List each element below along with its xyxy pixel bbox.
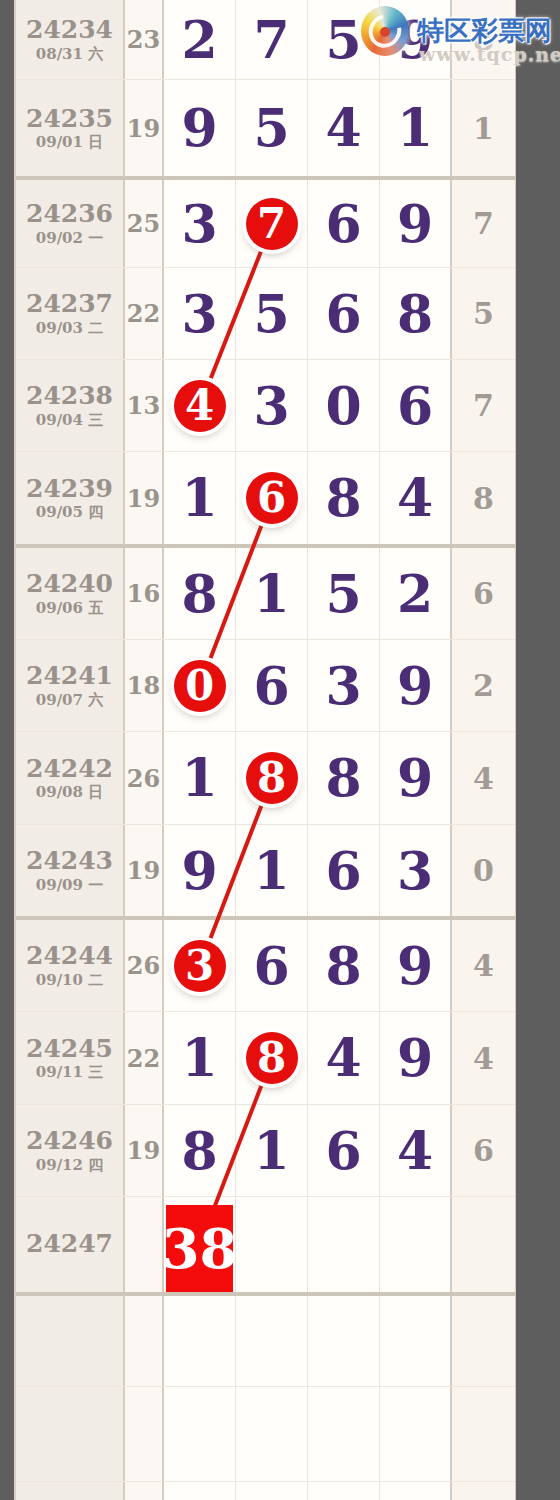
digit-cell — [308, 1296, 380, 1386]
extra-digit-cell: 7 — [452, 180, 515, 267]
draw-number: 24245 — [26, 1036, 113, 1062]
draw-date: 09/05 四 — [36, 505, 103, 520]
table-row: 2424738 — [16, 1197, 515, 1296]
draw-date: 09/06 五 — [36, 601, 103, 616]
draw-cell: 2423709/03 二 — [16, 268, 125, 359]
sum-cell: 19 — [125, 452, 164, 544]
extra-digit-cell — [452, 1296, 515, 1386]
draw-date: 09/08 日 — [36, 785, 103, 800]
draw-number: 24238 — [26, 383, 113, 409]
table-row — [16, 1482, 515, 1500]
digit-cell — [380, 1296, 452, 1386]
digit-cell: 8 — [308, 920, 380, 1011]
sum-cell — [125, 1387, 164, 1481]
draw-cell: 2424009/06 五 — [16, 548, 125, 639]
sum-cell: 19 — [125, 825, 164, 916]
digit-cell: 3 — [380, 825, 452, 916]
draw-date: 09/02 一 — [36, 231, 103, 246]
draw-number: 24241 — [26, 663, 113, 689]
extra-digit-cell: 6 — [452, 548, 515, 639]
draw-number: 24246 — [26, 1128, 113, 1154]
digit-cell: 6 — [236, 920, 308, 1011]
digit-cell: 1 — [236, 825, 308, 916]
draw-date: 09/12 四 — [36, 1158, 103, 1173]
draw-date: 09/03 二 — [36, 321, 103, 336]
extra-digit-cell: 4 — [452, 1012, 515, 1104]
digit-cell: 0 — [308, 360, 380, 451]
digit-cell: 1 — [236, 1105, 308, 1196]
draw-cell — [16, 1482, 125, 1500]
digit-cell: 8 — [308, 732, 380, 824]
digit-cell: 7 — [236, 180, 308, 267]
digit-cell — [236, 1197, 308, 1292]
table-row: 2423709/03 二2235685 — [16, 268, 515, 360]
draw-date: 09/09 一 — [36, 878, 103, 893]
draw-cell: 2423509/01 日 — [16, 80, 125, 176]
digit-cell: 9 — [380, 920, 452, 1011]
digit-cell: 6 — [308, 825, 380, 916]
table-row: 2424209/08 日2618894 — [16, 732, 515, 825]
draw-cell: 2423408/31 六 — [16, 0, 125, 79]
draw-cell — [16, 1387, 125, 1481]
sum-cell — [125, 1482, 164, 1500]
table-row: 2424309/09 一1991630 — [16, 825, 515, 920]
draw-number: 24240 — [26, 571, 113, 597]
table-row — [16, 1387, 515, 1482]
table-row: 2424509/11 三2218494 — [16, 1012, 515, 1105]
digit-cell: 3 — [236, 360, 308, 451]
digit-cell — [308, 1197, 380, 1292]
circled-digit: 4 — [174, 380, 226, 432]
digit-cell: 9 — [380, 640, 452, 731]
watermark-site-url: www.tqcp.net — [419, 43, 560, 65]
digit-cell: 9 — [164, 825, 236, 916]
circled-digit: 8 — [246, 752, 298, 804]
extra-digit-cell: 4 — [452, 732, 515, 824]
draw-date: 09/10 二 — [36, 973, 103, 988]
draw-cell: 2424509/11 三 — [16, 1012, 125, 1104]
extra-digit-cell: 7 — [452, 360, 515, 451]
digit-cell: 6 — [308, 180, 380, 267]
draw-cell: 2424309/09 一 — [16, 825, 125, 916]
draw-cell: 2423609/02 一 — [16, 180, 125, 267]
draw-date: 09/01 日 — [36, 135, 103, 150]
extra-digit-cell: 0 — [452, 825, 515, 916]
table-row: 2424109/07 六1806392 — [16, 640, 515, 732]
extra-digit-cell: 4 — [452, 920, 515, 1011]
sum-cell: 22 — [125, 268, 164, 359]
draw-cell: 2424209/08 日 — [16, 732, 125, 824]
predicted-number-square: 38 — [166, 1205, 233, 1292]
digit-cell — [236, 1296, 308, 1386]
digit-cell — [164, 1387, 236, 1481]
digit-cell — [164, 1296, 236, 1386]
digit-cell: 8 — [236, 732, 308, 824]
digit-cell — [308, 1482, 380, 1500]
extra-digit-cell — [452, 1482, 515, 1500]
circled-digit: 8 — [246, 1032, 298, 1084]
draw-cell: 2424609/12 四 — [16, 1105, 125, 1196]
table-row — [16, 1296, 515, 1387]
digit-cell: 3 — [308, 640, 380, 731]
digit-cell: 4 — [308, 1012, 380, 1104]
digit-cell: 6 — [308, 1105, 380, 1196]
digit-cell — [380, 1197, 452, 1292]
digit-cell: 3 — [164, 920, 236, 1011]
draw-number: 24237 — [26, 291, 113, 317]
digit-cell: 1 — [164, 732, 236, 824]
sum-cell: 19 — [125, 80, 164, 176]
table-row: 2423809/04 三1343067 — [16, 360, 515, 452]
trend-table: 2423408/31 六23275982423509/01 日199541124… — [14, 0, 516, 1500]
digit-cell — [236, 1387, 308, 1481]
digit-cell: 3 — [164, 180, 236, 267]
digit-cell: 9 — [164, 80, 236, 176]
digit-cell: 4 — [380, 1105, 452, 1196]
table-row: 2424409/10 二2636894 — [16, 920, 515, 1012]
sum-cell: 22 — [125, 1012, 164, 1104]
sum-cell: 26 — [125, 732, 164, 824]
sum-cell: 18 — [125, 640, 164, 731]
draw-number: 24242 — [26, 756, 113, 782]
extra-digit-cell: 1 — [452, 80, 515, 176]
digit-cell: 8 — [164, 1105, 236, 1196]
digit-cell: 0 — [164, 640, 236, 731]
draw-cell: 2424409/10 二 — [16, 920, 125, 1011]
circled-digit: 3 — [174, 940, 226, 992]
draw-number: 24243 — [26, 848, 113, 874]
draw-date: 09/04 三 — [36, 413, 103, 428]
table-row: 2423609/02 一2537697 — [16, 180, 515, 268]
digit-cell: 4 — [164, 360, 236, 451]
digit-cell: 7 — [236, 0, 308, 79]
digit-cell: 9 — [380, 1012, 452, 1104]
sum-cell: 13 — [125, 360, 164, 451]
draw-cell: 2423809/04 三 — [16, 360, 125, 451]
digit-cell: 6 — [380, 360, 452, 451]
digit-cell: 3 — [164, 268, 236, 359]
digit-cell — [236, 1482, 308, 1500]
sum-cell — [125, 1296, 164, 1386]
draw-number: 24235 — [26, 106, 113, 132]
digit-cell — [380, 1387, 452, 1481]
digit-cell: 5 — [236, 268, 308, 359]
sum-cell: 23 — [125, 0, 164, 79]
draw-cell: 2424109/07 六 — [16, 640, 125, 731]
sum-cell: 26 — [125, 920, 164, 1011]
table-row: 2423909/05 四1916848 — [16, 452, 515, 548]
circled-digit: 0 — [174, 660, 226, 712]
digit-cell: 9 — [380, 180, 452, 267]
digit-cell: 2 — [164, 0, 236, 79]
draw-number: 24244 — [26, 943, 113, 969]
digit-cell — [380, 1482, 452, 1500]
circled-digit: 6 — [246, 472, 298, 524]
digit-cell: 4 — [308, 80, 380, 176]
digit-cell: 8 — [380, 268, 452, 359]
extra-digit-cell: 2 — [452, 640, 515, 731]
sum-cell: 19 — [125, 1105, 164, 1196]
digit-cell: 5 — [236, 80, 308, 176]
digit-cell: 8 — [164, 548, 236, 639]
extra-digit-cell: 5 — [452, 268, 515, 359]
digit-cell: 38 — [164, 1197, 236, 1292]
lottery-trend-chart: 2423408/31 六23275982423509/01 日199541124… — [0, 0, 560, 1500]
draw-number: 24234 — [26, 17, 113, 43]
draw-cell: 2423909/05 四 — [16, 452, 125, 544]
digit-cell: 6 — [308, 268, 380, 359]
draw-date: 09/11 三 — [36, 1065, 103, 1080]
sum-cell: 16 — [125, 548, 164, 639]
extra-digit-cell: 8 — [452, 452, 515, 544]
sum-cell — [125, 1197, 164, 1292]
site-logo-swirl-icon — [361, 6, 409, 56]
digit-cell: 5 — [308, 548, 380, 639]
draw-cell — [16, 1296, 125, 1386]
draw-date: 08/31 六 — [36, 47, 103, 62]
digit-cell: 8 — [236, 1012, 308, 1104]
table-row: 2423509/01 日1995411 — [16, 80, 515, 180]
extra-digit-cell — [452, 1387, 515, 1481]
digit-cell: 9 — [380, 732, 452, 824]
digit-cell: 1 — [380, 80, 452, 176]
circled-digit: 7 — [246, 198, 298, 250]
draw-number: 24236 — [26, 201, 113, 227]
digit-cell: 6 — [236, 452, 308, 544]
draw-date: 09/07 六 — [36, 693, 103, 708]
digit-cell: 2 — [380, 548, 452, 639]
digit-cell: 1 — [164, 1012, 236, 1104]
table-row: 2424009/06 五1681526 — [16, 548, 515, 640]
digit-cell: 6 — [236, 640, 308, 731]
digit-cell: 1 — [164, 452, 236, 544]
digit-cell: 1 — [236, 548, 308, 639]
digit-cell — [308, 1387, 380, 1481]
draw-number: 24239 — [26, 476, 113, 502]
draw-cell: 24247 — [16, 1197, 125, 1292]
draw-number: 24247 — [26, 1231, 113, 1257]
extra-digit-cell: 6 — [452, 1105, 515, 1196]
digit-cell — [164, 1482, 236, 1500]
sum-cell: 25 — [125, 180, 164, 267]
table-row: 2424609/12 四1981646 — [16, 1105, 515, 1197]
digit-cell: 4 — [380, 452, 452, 544]
digit-cell: 8 — [308, 452, 380, 544]
extra-digit-cell — [452, 1197, 515, 1292]
